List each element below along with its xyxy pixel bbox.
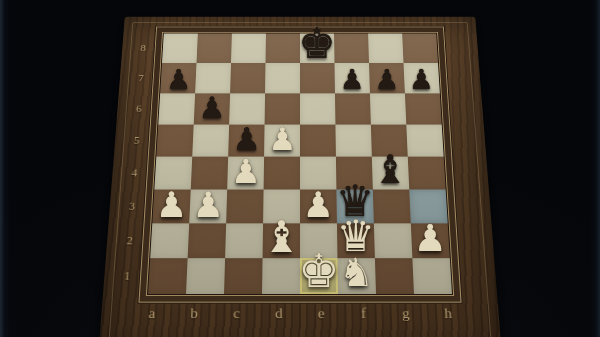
- square-d4[interactable]: [264, 157, 300, 190]
- black-pawn-a7[interactable]: ♟: [166, 66, 191, 94]
- black-pawn-b6[interactable]: ♟: [199, 94, 225, 123]
- white-pawn-a3[interactable]: ♟: [156, 187, 188, 222]
- chess-scene: 87654321 abcdefgh ♚♟♟♟♟♟♟♟♟♝♟♟♟♛♝♛♟♚♞: [0, 0, 600, 337]
- file-label-h: h: [426, 302, 470, 325]
- black-pawn-g7[interactable]: ♟: [374, 66, 399, 94]
- file-label-a: a: [130, 302, 174, 325]
- square-c3[interactable]: [226, 190, 263, 224]
- square-e6[interactable]: [300, 93, 335, 124]
- file-label-c: c: [215, 302, 258, 325]
- square-a1[interactable]: [148, 258, 188, 294]
- square-h8[interactable]: [402, 33, 438, 63]
- rank-label-7: 7: [126, 63, 156, 93]
- square-b5[interactable]: [192, 125, 229, 157]
- white-bishop-d2[interactable]: ♝: [262, 214, 301, 258]
- white-pawn-h2[interactable]: ♟: [414, 220, 447, 257]
- white-king-e1[interactable]: ♚: [298, 247, 339, 293]
- rank-label-2: 2: [114, 223, 146, 258]
- square-b2[interactable]: [188, 223, 227, 258]
- square-d6[interactable]: [265, 93, 300, 124]
- white-pawn-b3[interactable]: ♟: [192, 187, 224, 222]
- square-h6[interactable]: [405, 93, 442, 124]
- white-knight-f1[interactable]: ♞: [339, 254, 374, 293]
- square-a6[interactable]: [158, 93, 195, 124]
- square-g2[interactable]: [374, 223, 413, 258]
- rank-label-3: 3: [116, 190, 147, 224]
- black-king-e8[interactable]: ♚: [298, 23, 336, 65]
- square-c2[interactable]: [225, 223, 263, 258]
- square-c8[interactable]: [231, 33, 266, 63]
- square-f5[interactable]: [335, 125, 371, 157]
- square-a2[interactable]: [150, 223, 189, 258]
- file-label-d: d: [257, 302, 300, 325]
- left-edge-glow: [0, 0, 10, 337]
- square-c7[interactable]: [230, 63, 265, 93]
- white-pawn-e3[interactable]: ♟: [303, 187, 335, 222]
- black-bishop-g4[interactable]: ♝: [373, 150, 408, 189]
- square-d1[interactable]: [262, 258, 300, 294]
- square-f6[interactable]: [335, 93, 371, 124]
- white-pawn-c4[interactable]: ♟: [231, 155, 261, 188]
- rank-label-5: 5: [121, 125, 151, 157]
- square-g6[interactable]: [370, 93, 406, 124]
- file-label-b: b: [172, 302, 215, 325]
- rank-label-8: 8: [128, 33, 157, 63]
- square-h5[interactable]: [406, 125, 443, 157]
- square-a5[interactable]: [156, 125, 193, 157]
- square-g3[interactable]: [373, 190, 411, 224]
- file-label-e: e: [300, 302, 343, 325]
- square-g1[interactable]: [375, 258, 414, 294]
- file-label-g: g: [384, 302, 427, 325]
- right-edge-glow: [590, 0, 600, 337]
- square-f8[interactable]: [334, 33, 369, 63]
- square-d7[interactable]: [265, 63, 300, 93]
- rank-label-4: 4: [119, 157, 150, 190]
- square-d8[interactable]: [265, 33, 300, 63]
- square-h1[interactable]: [412, 258, 452, 294]
- rank-label-1: 1: [111, 258, 143, 294]
- square-h4[interactable]: [408, 157, 446, 190]
- square-c6[interactable]: [229, 93, 265, 124]
- square-e5[interactable]: [300, 125, 336, 157]
- black-pawn-f7[interactable]: ♟: [340, 66, 365, 94]
- black-pawn-h7[interactable]: ♟: [409, 66, 434, 94]
- square-a8[interactable]: [162, 33, 198, 63]
- white-pawn-d5[interactable]: ♟: [268, 125, 296, 156]
- square-b7[interactable]: [195, 63, 231, 93]
- rank-label-6: 6: [124, 93, 154, 124]
- square-b8[interactable]: [196, 33, 231, 63]
- file-label-f: f: [342, 302, 385, 325]
- square-g8[interactable]: [368, 33, 403, 63]
- file-labels: abcdefgh: [130, 302, 470, 325]
- square-b1[interactable]: [186, 258, 225, 294]
- square-c1[interactable]: [224, 258, 263, 294]
